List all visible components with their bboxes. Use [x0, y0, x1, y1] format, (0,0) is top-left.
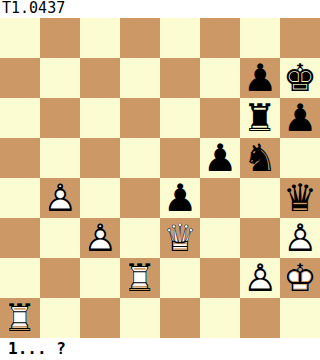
square-h4[interactable]: ♛ [280, 178, 320, 218]
square-b3[interactable] [40, 218, 80, 258]
white-rook-piece: ♖ [120, 258, 160, 298]
chess-puzzle-window: T1.0437 ♟♚♜♟♟♞♟♙♟♛♟♙♛♕♟♙♜♖♟♙♚♔♜♖ 1... ? [0, 0, 320, 360]
square-e1[interactable] [160, 298, 200, 338]
square-f7[interactable] [200, 58, 240, 98]
square-d3[interactable] [120, 218, 160, 258]
black-king-piece: ♚ [280, 58, 320, 98]
square-e6[interactable] [160, 98, 200, 138]
square-d2[interactable]: ♜♖ [120, 258, 160, 298]
square-g8[interactable] [240, 18, 280, 58]
square-c1[interactable] [80, 298, 120, 338]
square-a5[interactable] [0, 138, 40, 178]
square-c5[interactable] [80, 138, 120, 178]
square-a3[interactable] [0, 218, 40, 258]
square-e2[interactable] [160, 258, 200, 298]
move-prompt: 1... ? [0, 338, 320, 360]
square-h5[interactable] [280, 138, 320, 178]
square-b8[interactable] [40, 18, 80, 58]
square-h3[interactable]: ♟♙ [280, 218, 320, 258]
black-knight-piece: ♞ [240, 138, 280, 178]
square-d8[interactable] [120, 18, 160, 58]
chess-board: ♟♚♜♟♟♞♟♙♟♛♟♙♛♕♟♙♜♖♟♙♚♔♜♖ [0, 18, 320, 338]
square-e8[interactable] [160, 18, 200, 58]
square-d6[interactable] [120, 98, 160, 138]
square-c6[interactable] [80, 98, 120, 138]
white-king-piece: ♚ [280, 258, 320, 298]
square-a2[interactable] [0, 258, 40, 298]
square-h7[interactable]: ♚ [280, 58, 320, 98]
square-a6[interactable] [0, 98, 40, 138]
square-c2[interactable] [80, 258, 120, 298]
square-b2[interactable] [40, 258, 80, 298]
square-g2[interactable]: ♟♙ [240, 258, 280, 298]
white-pawn-piece: ♙ [280, 218, 320, 258]
square-e4[interactable]: ♟ [160, 178, 200, 218]
black-pawn-piece: ♟ [240, 58, 280, 98]
square-f8[interactable] [200, 18, 240, 58]
square-d7[interactable] [120, 58, 160, 98]
square-h2[interactable]: ♚♔ [280, 258, 320, 298]
black-pawn-piece: ♟ [280, 98, 320, 138]
white-king-piece: ♔ [280, 258, 320, 298]
white-pawn-piece: ♟ [240, 258, 280, 298]
square-f3[interactable] [200, 218, 240, 258]
white-rook-piece: ♖ [0, 298, 40, 338]
square-a4[interactable] [0, 178, 40, 218]
black-pawn-piece: ♟ [200, 138, 240, 178]
white-pawn-piece: ♙ [80, 218, 120, 258]
black-queen-piece: ♛ [280, 178, 320, 218]
square-c8[interactable] [80, 18, 120, 58]
square-b4[interactable]: ♟♙ [40, 178, 80, 218]
square-a8[interactable] [0, 18, 40, 58]
square-h1[interactable] [280, 298, 320, 338]
square-e7[interactable] [160, 58, 200, 98]
square-e5[interactable] [160, 138, 200, 178]
square-g1[interactable] [240, 298, 280, 338]
black-pawn-piece: ♟ [160, 178, 200, 218]
square-d5[interactable] [120, 138, 160, 178]
square-f5[interactable]: ♟ [200, 138, 240, 178]
white-pawn-piece: ♟ [80, 218, 120, 258]
square-g6[interactable]: ♜ [240, 98, 280, 138]
square-f2[interactable] [200, 258, 240, 298]
white-queen-piece: ♕ [160, 218, 200, 258]
square-d1[interactable] [120, 298, 160, 338]
square-a7[interactable] [0, 58, 40, 98]
square-c3[interactable]: ♟♙ [80, 218, 120, 258]
square-f6[interactable] [200, 98, 240, 138]
white-pawn-piece: ♟ [40, 178, 80, 218]
square-b1[interactable] [40, 298, 80, 338]
square-f1[interactable] [200, 298, 240, 338]
square-h6[interactable]: ♟ [280, 98, 320, 138]
square-c7[interactable] [80, 58, 120, 98]
square-g7[interactable]: ♟ [240, 58, 280, 98]
square-b6[interactable] [40, 98, 80, 138]
white-pawn-piece: ♟ [280, 218, 320, 258]
square-g5[interactable]: ♞ [240, 138, 280, 178]
white-queen-piece: ♛ [160, 218, 200, 258]
square-h8[interactable] [280, 18, 320, 58]
square-e3[interactable]: ♛♕ [160, 218, 200, 258]
square-g3[interactable] [240, 218, 280, 258]
puzzle-title: T1.0437 [0, 0, 320, 18]
square-a1[interactable]: ♜♖ [0, 298, 40, 338]
white-pawn-piece: ♙ [40, 178, 80, 218]
square-g4[interactable] [240, 178, 280, 218]
square-d4[interactable] [120, 178, 160, 218]
square-b5[interactable] [40, 138, 80, 178]
square-b7[interactable] [40, 58, 80, 98]
white-rook-piece: ♜ [0, 298, 40, 338]
black-rook-piece: ♜ [240, 98, 280, 138]
white-rook-piece: ♜ [120, 258, 160, 298]
square-c4[interactable] [80, 178, 120, 218]
white-pawn-piece: ♙ [240, 258, 280, 298]
square-f4[interactable] [200, 178, 240, 218]
